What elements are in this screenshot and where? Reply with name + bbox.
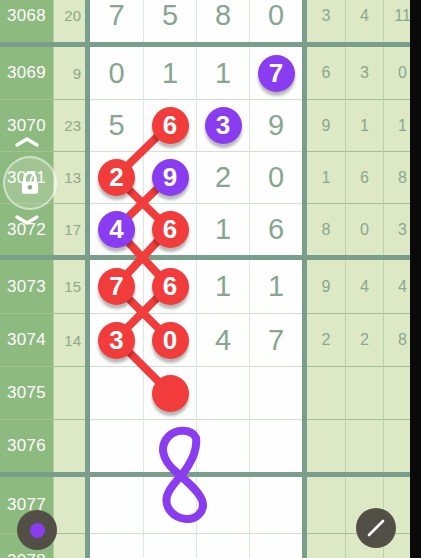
digit-cell: 7 (249, 313, 302, 366)
aux-cell (307, 477, 345, 533)
aux-cell: 2 (307, 313, 345, 366)
issue-cell: 3074 (0, 313, 53, 366)
issue-cell: 3075 (0, 366, 53, 419)
digit-cell (90, 366, 143, 419)
digit-cell: 4 (196, 313, 249, 366)
aux-cell: 0 (345, 203, 383, 255)
digit-cell: 7 (90, 260, 143, 313)
lock-button[interactable] (3, 156, 57, 210)
digit-cell (196, 477, 249, 533)
trend-row-3069: 306990117630 (0, 47, 421, 99)
digit-cell (90, 419, 143, 472)
digit-cell: 7 (249, 47, 302, 99)
digit-cell (196, 419, 249, 472)
digit-cell: 8 (196, 0, 249, 42)
digit-cell (143, 419, 196, 472)
issue-cell: 3073 (0, 260, 53, 313)
digit-cell: 1 (196, 260, 249, 313)
sum-cell (53, 366, 85, 419)
digit-cell: 0 (90, 47, 143, 99)
sum-cell: 23 (53, 99, 85, 151)
digit-cell (143, 533, 196, 558)
chevron-down-icon[interactable] (13, 214, 41, 226)
circled-digit-red: 6 (152, 107, 189, 144)
trend-row-3074: 3074143047228 (0, 313, 421, 366)
trend-row-3075: 3075 (0, 366, 421, 419)
sum-cell: 9 (53, 47, 85, 99)
digit-cell: 1 (143, 47, 196, 99)
aux-cell: 6 (307, 47, 345, 99)
horizontal-section-divider (0, 42, 421, 47)
sum-cell: 14 (53, 313, 85, 366)
aux-cell: 6 (345, 151, 383, 203)
aux-cell: 9 (307, 260, 345, 313)
circled-digit-red: 0 (152, 322, 189, 359)
chevron-up-icon[interactable] (13, 136, 41, 148)
sum-cell: 13 (53, 151, 85, 203)
digit-cell (249, 533, 302, 558)
sum-cell: 17 (53, 203, 85, 255)
trend-row-3072: 3072174616803 (0, 203, 421, 255)
digit-cell: 5 (90, 99, 143, 151)
circled-digit-purple: 7 (258, 55, 295, 92)
digit-cell: 2 (196, 151, 249, 203)
digit-cell: 3 (196, 99, 249, 151)
issue-cell: 3069 (0, 47, 53, 99)
aux-cell (345, 366, 383, 419)
digit-cell: 5 (143, 0, 196, 42)
circled-digit-red: 3 (98, 322, 135, 359)
horizontal-section-divider (0, 472, 421, 477)
digit-cell: 6 (143, 260, 196, 313)
digit-cell (196, 366, 249, 419)
digit-cell (90, 477, 143, 533)
circled-digit-purple: 4 (98, 211, 135, 248)
trend-row-3071: 3071132920168 (0, 151, 421, 203)
lock-icon (17, 170, 43, 196)
circled-digit-purple: 3 (205, 107, 242, 144)
digit-cell (249, 419, 302, 472)
horizontal-section-divider (0, 255, 421, 260)
trend-table: 3068207580341130699011763030702356399113… (0, 0, 421, 558)
aux-cell: 8 (307, 203, 345, 255)
digit-cell: 1 (196, 47, 249, 99)
red-dot-mark (152, 375, 189, 412)
sum-cell: 20 (53, 0, 85, 42)
digit-cell: 9 (143, 151, 196, 203)
aux-cell: 1 (307, 151, 345, 203)
aux-cell (307, 366, 345, 419)
circled-digit-red: 7 (98, 268, 135, 305)
digit-cell (249, 366, 302, 419)
digit-cell: 0 (143, 313, 196, 366)
screen-edge-strip (410, 0, 421, 558)
digit-cell: 1 (196, 203, 249, 255)
sum-cell (53, 533, 85, 558)
aux-cell: 4 (345, 260, 383, 313)
digit-cell: 1 (249, 260, 302, 313)
trend-row-3073: 3073157611944 (0, 260, 421, 313)
trend-row-3070: 3070235639911 (0, 99, 421, 151)
lottery-trend-chart-screen: 3068207580341130699011763030702356399113… (0, 0, 421, 558)
pencil-icon (356, 508, 396, 548)
trend-row-3068: 30682075803411 (0, 0, 421, 42)
circled-digit-red: 6 (152, 268, 189, 305)
digit-cell (249, 477, 302, 533)
aux-cell: 3 (307, 0, 345, 42)
circled-digit-red: 2 (98, 159, 135, 196)
digit-cell: 7 (90, 0, 143, 42)
digit-cell: 6 (249, 203, 302, 255)
draw-button[interactable] (356, 508, 396, 548)
sum-cell (53, 477, 85, 533)
aux-cell: 4 (345, 0, 383, 42)
issue-cell: 3068 (0, 0, 53, 42)
digit-cell (90, 533, 143, 558)
pen-color-dot-icon (30, 523, 45, 538)
trend-row-3076: 3076 (0, 419, 421, 472)
aux-cell (307, 533, 345, 558)
digit-cell (196, 533, 249, 558)
digit-cell (143, 477, 196, 533)
digit-cell (143, 366, 196, 419)
sum-cell (53, 419, 85, 472)
sum-cell: 15 (53, 260, 85, 313)
circled-digit-purple: 9 (152, 159, 189, 196)
aux-cell: 3 (345, 47, 383, 99)
aux-cell: 2 (345, 313, 383, 366)
digit-cell: 4 (90, 203, 143, 255)
digit-cell: 6 (143, 203, 196, 255)
issue-cell: 3072 (0, 203, 53, 255)
digit-cell: 0 (249, 151, 302, 203)
digit-cell: 3 (90, 313, 143, 366)
digit-cell: 6 (143, 99, 196, 151)
aux-cell (345, 419, 383, 472)
pen-color-button[interactable] (17, 510, 57, 550)
aux-cell (307, 419, 345, 472)
aux-cell: 1 (345, 99, 383, 151)
digit-cell: 0 (249, 0, 302, 42)
circled-digit-red: 6 (152, 211, 189, 248)
aux-cell: 9 (307, 99, 345, 151)
digit-cell: 9 (249, 99, 302, 151)
digit-cell: 2 (90, 151, 143, 203)
issue-cell: 3076 (0, 419, 53, 472)
